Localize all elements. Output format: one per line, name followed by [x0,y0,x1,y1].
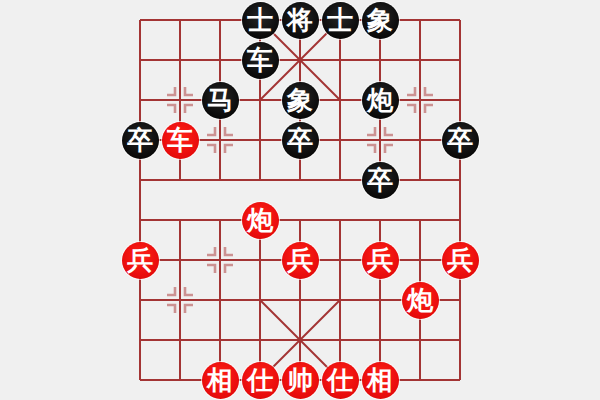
piece-red-elephant[interactable]: 相 [362,362,399,399]
piece-black-general[interactable]: 将 [282,2,319,39]
piece-black-soldier[interactable]: 卒 [362,162,399,199]
piece-red-advisor[interactable]: 仕 [242,362,279,399]
piece-black-advisor[interactable]: 士 [242,2,279,39]
piece-layer: 士将士象车马象炮卒卒卒卒车炮兵兵兵兵炮相仕帅仕相 [120,0,480,400]
xiangqi-board: 士将士象车马象炮卒卒卒卒车炮兵兵兵兵炮相仕帅仕相 [0,0,600,400]
piece-black-soldier[interactable]: 卒 [122,122,159,159]
piece-black-elephant[interactable]: 象 [282,82,319,119]
piece-red-cannon[interactable]: 炮 [242,202,279,239]
piece-red-chariot[interactable]: 车 [162,122,199,159]
piece-black-cannon[interactable]: 炮 [362,82,399,119]
piece-red-soldier[interactable]: 兵 [282,242,319,279]
piece-red-cannon[interactable]: 炮 [402,282,439,319]
piece-red-elephant[interactable]: 相 [202,362,239,399]
piece-black-chariot[interactable]: 车 [242,42,279,79]
piece-red-advisor[interactable]: 仕 [322,362,359,399]
piece-black-soldier[interactable]: 卒 [282,122,319,159]
piece-black-elephant[interactable]: 象 [362,2,399,39]
piece-black-soldier[interactable]: 卒 [442,122,479,159]
piece-black-horse[interactable]: 马 [202,82,239,119]
piece-red-soldier[interactable]: 兵 [122,242,159,279]
piece-red-general[interactable]: 帅 [282,362,319,399]
piece-red-soldier[interactable]: 兵 [362,242,399,279]
piece-red-soldier[interactable]: 兵 [442,242,479,279]
piece-black-advisor[interactable]: 士 [322,2,359,39]
